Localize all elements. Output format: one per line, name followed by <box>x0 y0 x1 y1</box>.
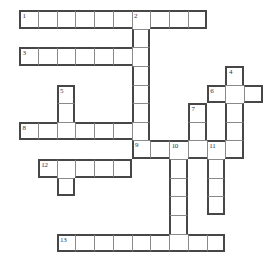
crossword-cell[interactable] <box>225 103 244 122</box>
clue-number: 1 <box>23 12 26 21</box>
crossword-cell[interactable]: 1 <box>19 10 38 29</box>
clue-number: 6 <box>210 87 213 96</box>
crossword-cell[interactable] <box>94 234 113 253</box>
crossword-cell[interactable] <box>94 47 113 66</box>
crossword-cell[interactable] <box>113 234 132 253</box>
crossword-cell[interactable] <box>38 47 57 66</box>
crossword-cell[interactable]: 4 <box>225 66 244 85</box>
crossword-cell[interactable] <box>207 178 226 197</box>
crossword-cell[interactable]: 3 <box>19 47 38 66</box>
crossword-cell[interactable] <box>75 159 94 178</box>
crossword-cell[interactable] <box>207 234 226 253</box>
crossword-cell[interactable] <box>132 29 151 48</box>
crossword-cell[interactable] <box>94 122 113 141</box>
clue-number: 8 <box>23 124 26 133</box>
clue-number: 7 <box>191 105 194 114</box>
crossword-cell[interactable] <box>169 234 188 253</box>
crossword-cell[interactable]: 6 <box>207 85 226 104</box>
crossword-cell[interactable] <box>94 10 113 29</box>
crossword-cell[interactable] <box>150 10 169 29</box>
crossword-cell[interactable] <box>57 10 76 29</box>
crossword-cell[interactable] <box>94 159 113 178</box>
crossword-cell[interactable]: 9 <box>132 140 151 159</box>
crossword-cell[interactable] <box>169 159 188 178</box>
crossword-cell[interactable] <box>38 10 57 29</box>
crossword-cell[interactable]: 2 <box>132 10 151 29</box>
crossword-cell[interactable] <box>113 122 132 141</box>
clue-number: 10 <box>172 142 178 151</box>
crossword-cell[interactable] <box>75 10 94 29</box>
clue-number: 5 <box>60 87 63 96</box>
crossword-cell[interactable] <box>225 140 244 159</box>
crossword-cell[interactable] <box>132 122 151 141</box>
clue-number: 12 <box>41 161 47 170</box>
crossword-cell[interactable] <box>132 66 151 85</box>
crossword-cell[interactable] <box>169 215 188 234</box>
crossword-cell[interactable] <box>75 47 94 66</box>
crossword-cell[interactable] <box>57 103 76 122</box>
crossword-cell[interactable] <box>188 10 207 29</box>
crossword-cell[interactable] <box>188 140 207 159</box>
crossword-cell[interactable]: 11 <box>207 140 226 159</box>
crossword-cell[interactable] <box>150 140 169 159</box>
clue-number: 4 <box>229 68 232 77</box>
crossword-cell[interactable] <box>188 234 207 253</box>
crossword-cell[interactable] <box>225 85 244 104</box>
crossword-cell[interactable] <box>207 196 226 215</box>
crossword-cell[interactable] <box>57 47 76 66</box>
clue-number: 2 <box>134 12 137 21</box>
crossword-cell[interactable] <box>169 178 188 197</box>
crossword-cell[interactable] <box>132 234 151 253</box>
crossword-cell[interactable] <box>225 122 244 141</box>
clue-number: 3 <box>23 49 26 58</box>
crossword-cell[interactable]: 10 <box>169 140 188 159</box>
crossword-cell[interactable]: 5 <box>57 85 76 104</box>
crossword-cell[interactable] <box>188 122 207 141</box>
crossword-cell[interactable] <box>169 196 188 215</box>
clue-number: 13 <box>60 236 66 245</box>
crossword-cell[interactable]: 12 <box>38 159 57 178</box>
crossword-cell[interactable] <box>132 85 151 104</box>
crossword-cell[interactable] <box>113 47 132 66</box>
clue-number: 9 <box>135 141 138 150</box>
crossword-cell[interactable] <box>57 178 76 197</box>
clue-number: 11 <box>209 142 215 151</box>
crossword-cell[interactable] <box>244 85 263 104</box>
crossword-cell[interactable] <box>113 10 132 29</box>
crossword-cell[interactable] <box>132 47 151 66</box>
crossword-cell[interactable] <box>75 234 94 253</box>
crossword-cell[interactable] <box>57 122 76 141</box>
crossword-puzzle: 12345678910111213 <box>0 0 280 269</box>
crossword-grid: 12345678910111213 <box>0 0 280 269</box>
crossword-cell[interactable] <box>169 10 188 29</box>
crossword-cell[interactable] <box>207 159 226 178</box>
crossword-cell[interactable] <box>75 122 94 141</box>
crossword-cell[interactable] <box>38 122 57 141</box>
crossword-cell[interactable]: 7 <box>188 103 207 122</box>
crossword-cell[interactable]: 8 <box>19 122 38 141</box>
crossword-cell[interactable] <box>113 159 132 178</box>
crossword-cell[interactable]: 13 <box>57 234 76 253</box>
crossword-cell[interactable] <box>132 103 151 122</box>
crossword-cell[interactable] <box>57 159 76 178</box>
crossword-cell[interactable] <box>150 234 169 253</box>
